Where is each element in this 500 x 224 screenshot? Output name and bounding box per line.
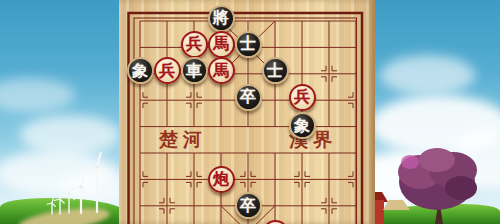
piece-black-advisor[interactable]: 士 — [235, 31, 262, 58]
piece-black-general[interactable]: 將 — [208, 5, 235, 32]
river-label-chu: 楚河 — [159, 127, 207, 153]
piece-red-soldier[interactable]: 兵 — [289, 84, 316, 111]
piece-red-soldier[interactable]: 兵 — [154, 57, 181, 84]
piece-black-soldier[interactable]: 卒 — [235, 192, 262, 219]
piece-red-soldier[interactable]: 兵 — [181, 31, 208, 58]
tree-foliage-highlight — [401, 155, 419, 169]
piece-red-cannon[interactable]: 炮 — [208, 166, 235, 193]
cloud — [380, 55, 475, 95]
piece-red-horse[interactable]: 馬 — [208, 57, 235, 84]
piece-red-horse[interactable]: 馬 — [208, 31, 235, 58]
xiangqi-game-scene: 楚河 漢界 將兵馬士象兵車馬士卒兵象炮卒 — [0, 0, 500, 224]
piece-black-chariot[interactable]: 車 — [181, 57, 208, 84]
piece-black-elephant[interactable]: 象 — [127, 57, 154, 84]
xiangqi-board[interactable]: 楚河 漢界 將兵馬士象兵車馬士卒兵象炮卒 — [119, 0, 375, 224]
wind-turbines — [0, 0, 125, 224]
piece-black-soldier[interactable]: 卒 — [235, 84, 262, 111]
tree-and-tower — [365, 140, 500, 224]
tree-foliage — [419, 148, 455, 172]
piece-black-advisor[interactable]: 士 — [262, 57, 289, 84]
piece-black-elephant[interactable]: 象 — [289, 112, 316, 139]
tree-foliage — [445, 176, 477, 200]
